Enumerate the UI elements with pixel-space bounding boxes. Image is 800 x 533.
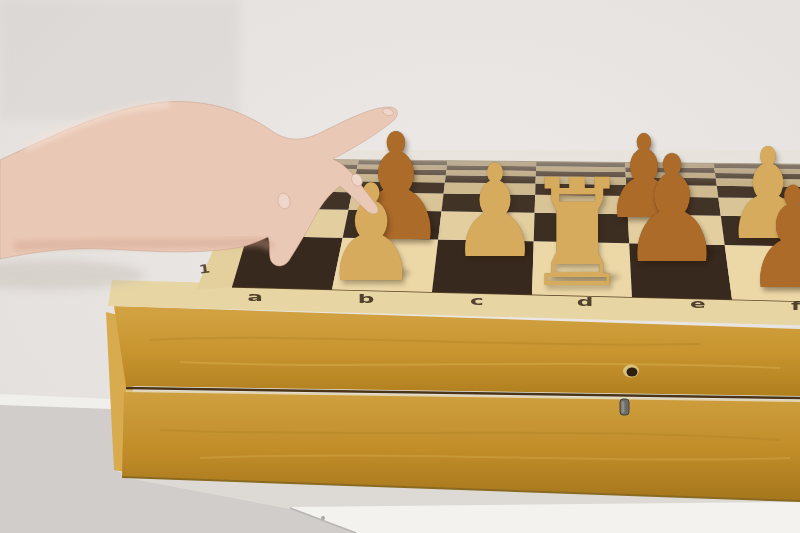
piece-pawn-e2[interactable]: ♟ — [620, 136, 723, 284]
pieces-layer: ♟ ♟ ♟ ♜ ♟ ♟ ♟ ♟ — [0, 0, 800, 533]
piece-rook-d1[interactable]: ♜ — [525, 160, 628, 308]
piece-pawn-f1[interactable]: ♟ — [744, 169, 800, 309]
chess-photo-scene: a b c d e f 1 2 ♟ ♟ ♟ ♜ ♟ ♟ ♟ ♟ — [0, 0, 800, 533]
piece-pawn-b1[interactable]: ♟ — [324, 167, 418, 301]
